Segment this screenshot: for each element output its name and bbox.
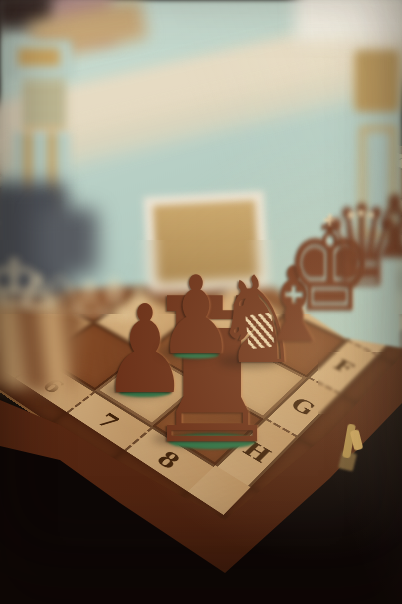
piece-black-bishop-c8: ♝ — [364, 184, 402, 270]
chess-photo-scene: HGFEDCBA1122334455667788HGFEDCBA ♔♙♘♙♗♙ … — [0, 0, 402, 604]
pilaster-right-capital — [354, 50, 400, 112]
ceiling-patch — [295, 0, 402, 40]
file-label-text: G — [286, 393, 321, 419]
pilaster-left-ornament — [22, 80, 66, 128]
queen-coronet-tips — [348, 212, 354, 218]
pilaster-left-gold-inlay — [18, 48, 60, 66]
piece-black-pawn-g7: ♟ — [157, 262, 234, 370]
